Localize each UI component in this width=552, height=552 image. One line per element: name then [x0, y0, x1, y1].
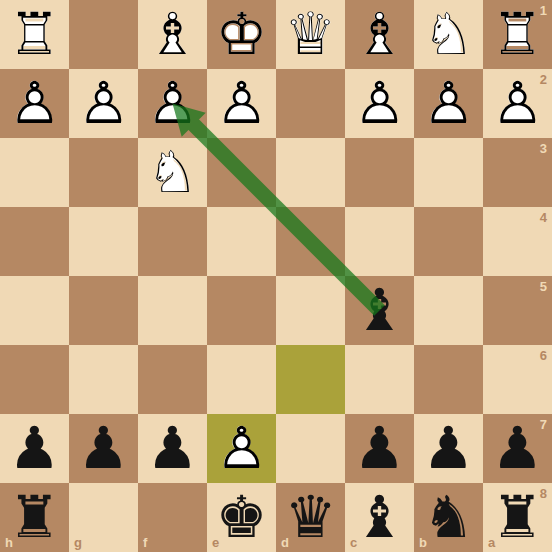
white-bishop-glyph-outline: ♗: [345, 0, 414, 69]
black-rook-glyph-fill: ♜: [483, 483, 552, 552]
square-c3[interactable]: [345, 138, 414, 207]
square-h4[interactable]: [0, 207, 69, 276]
white-knight-glyph-outline: ♘: [138, 138, 207, 207]
black-rook-piece[interactable]: ♜: [483, 483, 552, 552]
square-e3[interactable]: [207, 138, 276, 207]
square-f6[interactable]: [138, 345, 207, 414]
square-h2[interactable]: ♟♙: [0, 69, 69, 138]
square-f1[interactable]: ♝♗: [138, 0, 207, 69]
white-bishop-piece[interactable]: ♝♗: [345, 0, 414, 69]
black-bishop-glyph-fill: ♝: [345, 276, 414, 345]
black-pawn-glyph-fill: ♟: [414, 414, 483, 483]
white-rook-glyph-outline: ♖: [483, 0, 552, 69]
square-g1[interactable]: [69, 0, 138, 69]
square-d8[interactable]: ♛d: [276, 483, 345, 552]
white-pawn-glyph-outline: ♙: [69, 69, 138, 138]
square-a7[interactable]: ♟7: [483, 414, 552, 483]
square-b8[interactable]: ♞b: [414, 483, 483, 552]
white-pawn-glyph-outline: ♙: [0, 69, 69, 138]
black-pawn-piece[interactable]: ♟: [345, 414, 414, 483]
white-rook-glyph-outline: ♖: [0, 0, 69, 69]
rank-label-3: 3: [540, 142, 547, 155]
square-d7[interactable]: [276, 414, 345, 483]
square-h1[interactable]: ♜♖: [0, 0, 69, 69]
square-e4[interactable]: [207, 207, 276, 276]
square-a2[interactable]: ♟♙2: [483, 69, 552, 138]
square-e7[interactable]: ♟♙: [207, 414, 276, 483]
black-queen-glyph-fill: ♛: [276, 483, 345, 552]
square-f3[interactable]: ♞♘: [138, 138, 207, 207]
square-b2[interactable]: ♟♙: [414, 69, 483, 138]
white-pawn-piece[interactable]: ♟♙: [414, 69, 483, 138]
square-g8[interactable]: g: [69, 483, 138, 552]
black-pawn-piece[interactable]: ♟: [0, 414, 69, 483]
white-pawn-glyph-outline: ♙: [138, 69, 207, 138]
square-a1[interactable]: ♜♖1: [483, 0, 552, 69]
square-c6[interactable]: [345, 345, 414, 414]
square-d6[interactable]: [276, 345, 345, 414]
square-b4[interactable]: [414, 207, 483, 276]
square-d4[interactable]: [276, 207, 345, 276]
white-queen-piece[interactable]: ♛♕: [276, 0, 345, 69]
white-knight-piece[interactable]: ♞♘: [138, 138, 207, 207]
square-a8[interactable]: ♜a8: [483, 483, 552, 552]
square-c1[interactable]: ♝♗: [345, 0, 414, 69]
square-f7[interactable]: ♟: [138, 414, 207, 483]
square-g2[interactable]: ♟♙: [69, 69, 138, 138]
black-pawn-glyph-fill: ♟: [138, 414, 207, 483]
square-h7[interactable]: ♟: [0, 414, 69, 483]
white-bishop-glyph-outline: ♗: [138, 0, 207, 69]
black-king-glyph-fill: ♚: [207, 483, 276, 552]
black-king-piece[interactable]: ♚: [207, 483, 276, 552]
white-pawn-glyph-outline: ♙: [207, 414, 276, 483]
square-g5[interactable]: [69, 276, 138, 345]
white-pawn-piece[interactable]: ♟♙: [0, 69, 69, 138]
square-d1[interactable]: ♛♕: [276, 0, 345, 69]
black-pawn-glyph-fill: ♟: [0, 414, 69, 483]
square-c7[interactable]: ♟: [345, 414, 414, 483]
square-e5[interactable]: [207, 276, 276, 345]
square-a5[interactable]: 5: [483, 276, 552, 345]
square-c5[interactable]: ♝: [345, 276, 414, 345]
square-d2[interactable]: [276, 69, 345, 138]
square-g4[interactable]: [69, 207, 138, 276]
rank-label-4: 4: [540, 211, 547, 224]
square-e1[interactable]: ♚♔: [207, 0, 276, 69]
white-bishop-piece[interactable]: ♝♗: [138, 0, 207, 69]
square-h5[interactable]: [0, 276, 69, 345]
white-king-piece[interactable]: ♚♔: [207, 0, 276, 69]
square-f2[interactable]: ♟♙: [138, 69, 207, 138]
square-b3[interactable]: [414, 138, 483, 207]
square-d3[interactable]: [276, 138, 345, 207]
white-pawn-glyph-outline: ♙: [207, 69, 276, 138]
square-a3[interactable]: 3: [483, 138, 552, 207]
square-e2[interactable]: ♟♙: [207, 69, 276, 138]
black-pawn-glyph-fill: ♟: [69, 414, 138, 483]
square-d5[interactable]: [276, 276, 345, 345]
white-pawn-glyph-outline: ♙: [483, 69, 552, 138]
white-knight-piece[interactable]: ♞♘: [414, 0, 483, 69]
square-f5[interactable]: [138, 276, 207, 345]
white-pawn-piece[interactable]: ♟♙: [483, 69, 552, 138]
white-pawn-piece[interactable]: ♟♙: [138, 69, 207, 138]
square-a4[interactable]: 4: [483, 207, 552, 276]
square-e6[interactable]: [207, 345, 276, 414]
chess-board: ♜♖♝♗♚♔♛♕♝♗♞♘♜♖1♟♙♟♙♟♙♟♙♟♙♟♙♟♙2♞♘34♝56♟♟♟…: [0, 0, 552, 552]
square-f8[interactable]: f: [138, 483, 207, 552]
black-pawn-piece[interactable]: ♟: [483, 414, 552, 483]
white-rook-piece[interactable]: ♜♖: [0, 0, 69, 69]
white-pawn-piece[interactable]: ♟♙: [69, 69, 138, 138]
square-g7[interactable]: ♟: [69, 414, 138, 483]
square-h8[interactable]: ♜h: [0, 483, 69, 552]
white-pawn-piece[interactable]: ♟♙: [207, 414, 276, 483]
white-queen-glyph-outline: ♕: [276, 0, 345, 69]
white-pawn-piece[interactable]: ♟♙: [207, 69, 276, 138]
black-bishop-piece[interactable]: ♝: [345, 276, 414, 345]
rank-label-5: 5: [540, 280, 547, 293]
white-king-glyph-outline: ♔: [207, 0, 276, 69]
file-label-g: g: [74, 536, 82, 549]
square-c4[interactable]: [345, 207, 414, 276]
square-b7[interactable]: ♟: [414, 414, 483, 483]
black-rook-piece[interactable]: ♜: [0, 483, 69, 552]
black-rook-glyph-fill: ♜: [0, 483, 69, 552]
square-c2[interactable]: ♟♙: [345, 69, 414, 138]
square-b6[interactable]: [414, 345, 483, 414]
white-pawn-glyph-outline: ♙: [414, 69, 483, 138]
black-knight-piece[interactable]: ♞: [414, 483, 483, 552]
square-h6[interactable]: [0, 345, 69, 414]
rank-label-6: 6: [540, 349, 547, 362]
black-pawn-piece[interactable]: ♟: [138, 414, 207, 483]
square-f4[interactable]: [138, 207, 207, 276]
file-label-f: f: [143, 536, 147, 549]
white-knight-glyph-outline: ♘: [414, 0, 483, 69]
black-queen-piece[interactable]: ♛: [276, 483, 345, 552]
square-g6[interactable]: [69, 345, 138, 414]
black-pawn-piece[interactable]: ♟: [69, 414, 138, 483]
black-knight-glyph-fill: ♞: [414, 483, 483, 552]
white-rook-piece[interactable]: ♜♖: [483, 0, 552, 69]
square-h3[interactable]: [0, 138, 69, 207]
square-g3[interactable]: [69, 138, 138, 207]
square-b5[interactable]: [414, 276, 483, 345]
white-pawn-piece[interactable]: ♟♙: [345, 69, 414, 138]
black-bishop-glyph-fill: ♝: [345, 483, 414, 552]
black-bishop-piece[interactable]: ♝: [345, 483, 414, 552]
white-pawn-glyph-outline: ♙: [345, 69, 414, 138]
black-pawn-piece[interactable]: ♟: [414, 414, 483, 483]
black-pawn-glyph-fill: ♟: [483, 414, 552, 483]
black-pawn-glyph-fill: ♟: [345, 414, 414, 483]
square-a6[interactable]: 6: [483, 345, 552, 414]
square-c8[interactable]: ♝c: [345, 483, 414, 552]
square-b1[interactable]: ♞♘: [414, 0, 483, 69]
square-e8[interactable]: ♚e: [207, 483, 276, 552]
